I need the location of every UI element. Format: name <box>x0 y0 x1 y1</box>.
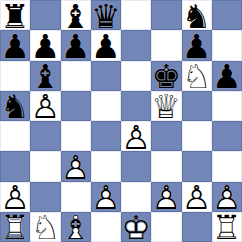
piece-fill: ♟ <box>91 182 121 212</box>
piece-outline: ♙ <box>151 182 181 212</box>
square-f7[interactable] <box>151 30 181 60</box>
piece-fill: ♞ <box>182 61 212 91</box>
piece-fill: ♛ <box>151 91 181 121</box>
white-pawn-h2[interactable]: ♟♙ <box>212 182 242 212</box>
piece-fill: ♟ <box>30 31 60 61</box>
square-b8[interactable] <box>30 0 60 30</box>
black-pawn-c7[interactable]: ♟ <box>61 31 91 61</box>
square-h4[interactable] <box>212 121 242 151</box>
square-c5[interactable] <box>61 91 91 121</box>
white-bishop-c1[interactable]: ♝♗ <box>61 212 91 242</box>
square-e7[interactable] <box>121 30 151 60</box>
piece-fill: ♟ <box>182 31 212 61</box>
black-rook-a8[interactable]: ♜ <box>0 1 30 31</box>
square-f4[interactable] <box>151 121 181 151</box>
white-pawn-d2[interactable]: ♟♙ <box>91 182 121 212</box>
square-h2[interactable]: ♟♙ <box>212 182 242 212</box>
piece-fill: ♜ <box>0 212 30 242</box>
square-c8[interactable]: ♝ <box>61 0 91 30</box>
piece-fill: ♟ <box>212 61 242 91</box>
piece-fill: ♟ <box>61 31 91 61</box>
piece-fill: ♞ <box>0 91 30 121</box>
square-g1[interactable] <box>182 212 212 242</box>
square-a4[interactable] <box>0 121 30 151</box>
square-a8[interactable]: ♜ <box>0 0 30 30</box>
black-pawn-d7[interactable]: ♟ <box>91 31 121 61</box>
piece-outline: ♘ <box>182 61 212 91</box>
piece-fill: ♟ <box>0 31 30 61</box>
piece-outline: ♕ <box>151 91 181 121</box>
piece-outline: ♙ <box>212 182 242 212</box>
square-h8[interactable] <box>212 0 242 30</box>
white-rook-a1[interactable]: ♜♖ <box>0 212 30 242</box>
square-h3[interactable] <box>212 151 242 181</box>
piece-outline: ♖ <box>212 212 242 242</box>
square-c7[interactable]: ♟ <box>61 30 91 60</box>
square-e3[interactable] <box>121 151 151 181</box>
square-d3[interactable] <box>91 151 121 181</box>
square-b6[interactable]: ♝ <box>30 61 60 91</box>
square-b7[interactable]: ♟ <box>30 30 60 60</box>
piece-outline: ♙ <box>30 91 60 121</box>
square-g3[interactable] <box>182 151 212 181</box>
square-h6[interactable]: ♟ <box>212 61 242 91</box>
square-f6[interactable]: ♚ <box>151 61 181 91</box>
white-pawn-a2[interactable]: ♟♙ <box>0 182 30 212</box>
square-c2[interactable] <box>61 182 91 212</box>
square-h5[interactable] <box>212 91 242 121</box>
piece-fill: ♞ <box>182 1 212 31</box>
white-pawn-f2[interactable]: ♟♙ <box>151 182 181 212</box>
black-pawn-b7[interactable]: ♟ <box>30 31 60 61</box>
square-b5[interactable]: ♟♙ <box>30 91 60 121</box>
piece-outline: ♘ <box>30 212 60 242</box>
square-e2[interactable] <box>121 182 151 212</box>
piece-fill: ♟ <box>151 182 181 212</box>
piece-outline: ♙ <box>61 152 91 182</box>
chess-board: ♜♝♛♞♟♟♟♟♟♝♚♞♘♟♞♟♙♛♕♟♙♟♙♟♙♟♙♟♙♟♙♟♙♜♖♞♘♝♗♚… <box>0 0 242 242</box>
square-e8[interactable] <box>121 0 151 30</box>
square-a1[interactable]: ♜♖ <box>0 212 30 242</box>
square-g6[interactable]: ♞♘ <box>182 61 212 91</box>
piece-outline: ♙ <box>91 182 121 212</box>
square-h7[interactable] <box>212 30 242 60</box>
white-rook-h1[interactable]: ♜♖ <box>212 212 242 242</box>
piece-outline: ♙ <box>182 182 212 212</box>
square-d7[interactable]: ♟ <box>91 30 121 60</box>
square-g2[interactable]: ♟♙ <box>182 182 212 212</box>
square-g4[interactable] <box>182 121 212 151</box>
square-b3[interactable] <box>30 151 60 181</box>
black-pawn-h6[interactable]: ♟ <box>212 61 242 91</box>
piece-outline: ♙ <box>0 182 30 212</box>
piece-fill: ♟ <box>182 182 212 212</box>
white-pawn-b5[interactable]: ♟♙ <box>30 91 60 121</box>
square-h1[interactable]: ♜♖ <box>212 212 242 242</box>
white-pawn-e4[interactable]: ♟♙ <box>121 122 151 152</box>
square-f1[interactable] <box>151 212 181 242</box>
piece-fill: ♜ <box>0 1 30 31</box>
square-e6[interactable] <box>121 61 151 91</box>
piece-fill: ♟ <box>212 182 242 212</box>
square-e1[interactable]: ♚♔ <box>121 212 151 242</box>
square-c3[interactable]: ♟♙ <box>61 151 91 181</box>
square-d2[interactable]: ♟♙ <box>91 182 121 212</box>
square-b1[interactable]: ♞♘ <box>30 212 60 242</box>
square-d6[interactable] <box>91 61 121 91</box>
piece-outline: ♙ <box>121 122 151 152</box>
piece-outline: ♔ <box>121 212 151 242</box>
piece-fill: ♝ <box>61 1 91 31</box>
square-d8[interactable]: ♛ <box>91 0 121 30</box>
piece-fill: ♚ <box>121 212 151 242</box>
square-c4[interactable] <box>61 121 91 151</box>
piece-fill: ♟ <box>91 31 121 61</box>
square-d5[interactable] <box>91 91 121 121</box>
black-king-f6[interactable]: ♚ <box>151 61 181 91</box>
square-e4[interactable]: ♟♙ <box>121 121 151 151</box>
white-pawn-c3[interactable]: ♟♙ <box>61 152 91 182</box>
square-b2[interactable] <box>30 182 60 212</box>
black-knight-g8[interactable]: ♞ <box>182 1 212 31</box>
square-f8[interactable] <box>151 0 181 30</box>
piece-fill: ♟ <box>0 182 30 212</box>
square-d1[interactable] <box>91 212 121 242</box>
white-pawn-g2[interactable]: ♟♙ <box>182 182 212 212</box>
square-b4[interactable] <box>30 121 60 151</box>
square-a7[interactable]: ♟ <box>0 30 30 60</box>
piece-fill: ♛ <box>91 1 121 31</box>
square-a2[interactable]: ♟♙ <box>0 182 30 212</box>
piece-outline: ♗ <box>61 212 91 242</box>
black-bishop-b6[interactable]: ♝ <box>30 61 60 91</box>
black-knight-a5[interactable]: ♞ <box>0 91 30 121</box>
piece-fill: ♜ <box>212 212 242 242</box>
black-pawn-g7[interactable]: ♟ <box>182 31 212 61</box>
square-e5[interactable] <box>121 91 151 121</box>
white-knight-b1[interactable]: ♞♘ <box>30 212 60 242</box>
piece-fill: ♚ <box>151 61 181 91</box>
square-a6[interactable] <box>0 61 30 91</box>
square-d4[interactable] <box>91 121 121 151</box>
piece-outline: ♖ <box>0 212 30 242</box>
square-f3[interactable] <box>151 151 181 181</box>
square-c6[interactable] <box>61 61 91 91</box>
square-f5[interactable]: ♛♕ <box>151 91 181 121</box>
piece-fill: ♟ <box>30 91 60 121</box>
square-g5[interactable] <box>182 91 212 121</box>
piece-fill: ♟ <box>121 122 151 152</box>
piece-fill: ♝ <box>61 212 91 242</box>
square-c1[interactable]: ♝♗ <box>61 212 91 242</box>
black-pawn-a7[interactable]: ♟ <box>0 31 30 61</box>
square-g8[interactable]: ♞ <box>182 0 212 30</box>
white-queen-f5[interactable]: ♛♕ <box>151 91 181 121</box>
piece-fill: ♝ <box>30 61 60 91</box>
black-queen-d8[interactable]: ♛ <box>91 1 121 31</box>
square-a5[interactable]: ♞ <box>0 91 30 121</box>
white-knight-g6[interactable]: ♞♘ <box>182 61 212 91</box>
black-bishop-c8[interactable]: ♝ <box>61 1 91 31</box>
piece-fill: ♞ <box>30 212 60 242</box>
square-g7[interactable]: ♟ <box>182 30 212 60</box>
white-king-e1[interactable]: ♚♔ <box>121 212 151 242</box>
square-f2[interactable]: ♟♙ <box>151 182 181 212</box>
piece-fill: ♟ <box>61 152 91 182</box>
square-a3[interactable] <box>0 151 30 181</box>
